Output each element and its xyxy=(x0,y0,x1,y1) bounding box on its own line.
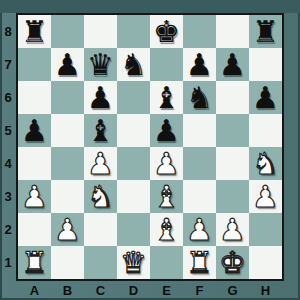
square-c2[interactable] xyxy=(84,213,117,246)
square-c6[interactable]: ♟ xyxy=(84,81,117,114)
square-b3[interactable] xyxy=(51,180,84,213)
square-d8[interactable] xyxy=(117,15,150,48)
square-f7[interactable]: ♟ xyxy=(183,48,216,81)
square-g2[interactable]: ♟ xyxy=(216,213,249,246)
piece-black-bishop[interactable]: ♝ xyxy=(87,114,114,147)
square-e4[interactable]: ♟ xyxy=(150,147,183,180)
square-h5[interactable] xyxy=(249,114,282,147)
file-label-d: D xyxy=(117,283,150,299)
square-h2[interactable] xyxy=(249,213,282,246)
piece-black-pawn[interactable]: ♟ xyxy=(219,48,246,81)
piece-black-bishop[interactable]: ♝ xyxy=(153,81,180,114)
square-g4[interactable] xyxy=(216,147,249,180)
square-b8[interactable] xyxy=(51,15,84,48)
square-c7[interactable]: ♛ xyxy=(84,48,117,81)
rank-label-3: 3 xyxy=(0,180,16,213)
square-e5[interactable]: ♟ xyxy=(150,114,183,147)
frame-top-band xyxy=(0,0,300,13)
square-f1[interactable]: ♜ xyxy=(183,246,216,279)
piece-black-rook[interactable]: ♜ xyxy=(252,15,279,48)
square-g1[interactable]: ♚ xyxy=(216,246,249,279)
piece-white-pawn[interactable]: ♟ xyxy=(21,180,48,213)
square-b4[interactable] xyxy=(51,147,84,180)
square-d1[interactable]: ♛ xyxy=(117,246,150,279)
piece-white-knight[interactable]: ♞ xyxy=(87,180,114,213)
square-b7[interactable]: ♟ xyxy=(51,48,84,81)
file-label-h: H xyxy=(249,283,282,299)
square-a1[interactable]: ♜ xyxy=(18,246,51,279)
square-h6[interactable]: ♟ xyxy=(249,81,282,114)
square-e7[interactable] xyxy=(150,48,183,81)
rank-label-1: 1 xyxy=(0,246,16,279)
square-b1[interactable] xyxy=(51,246,84,279)
piece-white-knight[interactable]: ♞ xyxy=(252,147,279,180)
piece-white-rook[interactable]: ♜ xyxy=(186,246,213,279)
square-a2[interactable] xyxy=(18,213,51,246)
piece-white-bishop[interactable]: ♝ xyxy=(153,213,180,246)
piece-black-pawn[interactable]: ♟ xyxy=(87,81,114,114)
square-b6[interactable] xyxy=(51,81,84,114)
board: ♜♚♜♟♛♞♟♟♟♝♞♟♟♝♟♟♟♞♟♞♝♟♟♝♟♟♜♛♜♚ xyxy=(16,13,284,281)
file-label-c: C xyxy=(84,283,117,299)
rank-label-8: 8 xyxy=(0,15,16,48)
piece-white-pawn[interactable]: ♟ xyxy=(87,147,114,180)
square-b2[interactable]: ♟ xyxy=(51,213,84,246)
file-label-b: B xyxy=(51,283,84,299)
rank-label-5: 5 xyxy=(0,114,16,147)
rank-label-6: 6 xyxy=(0,81,16,114)
file-label-e: E xyxy=(150,283,183,299)
square-f5[interactable] xyxy=(183,114,216,147)
square-d7[interactable]: ♞ xyxy=(117,48,150,81)
square-d2[interactable] xyxy=(117,213,150,246)
piece-white-pawn[interactable]: ♟ xyxy=(219,213,246,246)
square-h8[interactable]: ♜ xyxy=(249,15,282,48)
square-a6[interactable] xyxy=(18,81,51,114)
piece-black-pawn[interactable]: ♟ xyxy=(54,48,81,81)
piece-black-pawn[interactable]: ♟ xyxy=(21,114,48,147)
square-e1[interactable] xyxy=(150,246,183,279)
file-label-a: A xyxy=(18,283,51,299)
piece-white-queen[interactable]: ♛ xyxy=(120,246,147,279)
piece-white-pawn[interactable]: ♟ xyxy=(54,213,81,246)
piece-black-knight[interactable]: ♞ xyxy=(120,48,147,81)
square-c1[interactable] xyxy=(84,246,117,279)
square-e8[interactable]: ♚ xyxy=(150,15,183,48)
square-f3[interactable] xyxy=(183,180,216,213)
square-f8[interactable] xyxy=(183,15,216,48)
square-a5[interactable]: ♟ xyxy=(18,114,51,147)
square-c4[interactable]: ♟ xyxy=(84,147,117,180)
piece-black-pawn[interactable]: ♟ xyxy=(252,81,279,114)
square-c5[interactable]: ♝ xyxy=(84,114,117,147)
square-f4[interactable] xyxy=(183,147,216,180)
piece-black-pawn[interactable]: ♟ xyxy=(186,48,213,81)
square-b5[interactable] xyxy=(51,114,84,147)
square-g3[interactable] xyxy=(216,180,249,213)
square-g8[interactable] xyxy=(216,15,249,48)
rank-label-4: 4 xyxy=(0,147,16,180)
chess-diagram: ♜♚♜♟♛♞♟♟♟♝♞♟♟♝♟♟♟♞♟♞♝♟♟♝♟♟♜♛♜♚ 87654321 … xyxy=(0,0,300,300)
square-f2[interactable]: ♟ xyxy=(183,213,216,246)
square-e2[interactable]: ♝ xyxy=(150,213,183,246)
square-e3[interactable]: ♝ xyxy=(150,180,183,213)
square-d6[interactable] xyxy=(117,81,150,114)
piece-black-knight[interactable]: ♞ xyxy=(186,81,213,114)
square-h1[interactable] xyxy=(249,246,282,279)
piece-black-king[interactable]: ♚ xyxy=(153,15,180,48)
piece-black-pawn[interactable]: ♟ xyxy=(153,114,180,147)
piece-white-bishop[interactable]: ♝ xyxy=(153,180,180,213)
piece-black-queen[interactable]: ♛ xyxy=(87,48,114,81)
rank-label-7: 7 xyxy=(0,48,16,81)
square-g7[interactable]: ♟ xyxy=(216,48,249,81)
square-a3[interactable]: ♟ xyxy=(18,180,51,213)
square-a8[interactable]: ♜ xyxy=(18,15,51,48)
rank-label-2: 2 xyxy=(0,213,16,246)
square-c8[interactable] xyxy=(84,15,117,48)
square-f6[interactable]: ♞ xyxy=(183,81,216,114)
square-e6[interactable]: ♝ xyxy=(150,81,183,114)
piece-black-rook[interactable]: ♜ xyxy=(21,15,48,48)
piece-white-king[interactable]: ♚ xyxy=(219,246,246,279)
piece-white-pawn[interactable]: ♟ xyxy=(252,180,279,213)
piece-white-rook[interactable]: ♜ xyxy=(21,246,48,279)
square-g6[interactable] xyxy=(216,81,249,114)
square-h7[interactable] xyxy=(249,48,282,81)
square-c3[interactable]: ♞ xyxy=(84,180,117,213)
file-label-g: G xyxy=(216,283,249,299)
file-label-f: F xyxy=(183,283,216,299)
square-g5[interactable] xyxy=(216,114,249,147)
square-d3[interactable] xyxy=(117,180,150,213)
piece-white-pawn[interactable]: ♟ xyxy=(186,213,213,246)
square-d4[interactable] xyxy=(117,147,150,180)
square-h3[interactable]: ♟ xyxy=(249,180,282,213)
square-a4[interactable] xyxy=(18,147,51,180)
square-h4[interactable]: ♞ xyxy=(249,147,282,180)
square-d5[interactable] xyxy=(117,114,150,147)
piece-white-pawn[interactable]: ♟ xyxy=(153,147,180,180)
square-a7[interactable] xyxy=(18,48,51,81)
